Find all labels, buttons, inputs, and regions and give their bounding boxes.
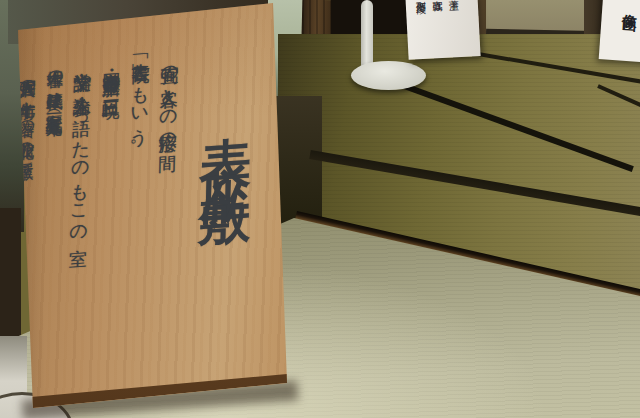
- paper-label-text: 像画: [620, 1, 640, 10]
- sign-column-3: 国学者・長野主膳と三日三晩: [94, 48, 121, 402]
- left-dark-wood: [0, 208, 21, 348]
- sign-column-4: 文学論や人生論を語ったのもこの室: [65, 50, 92, 404]
- sign-column-5: 埋木舎の建築年代は宝暦九年（一七五九年）: [38, 52, 64, 406]
- notice-column: 藩主: [447, 0, 462, 54]
- fan-stand-base: [351, 61, 426, 90]
- notice-column: 直弼は: [431, 0, 446, 55]
- paper-notice-text: 藩主 直弼は 列慶下段: [409, 0, 462, 56]
- paper-notice-sign: 藩主 直弼は 列慶下段: [405, 0, 480, 60]
- sign-column-2: 「表書院」ともいう。: [123, 46, 150, 400]
- sign-text-block: 表座敷 直弼の客人との応接の間 「表書院」ともいう。 国学者・長野主膳と三日三晩…: [13, 37, 274, 407]
- tatami-room-scene: 藩主 直弼は 列慶下段 像画 表座敷 直弼の客人との応接の間 「表書院」ともいう…: [0, 0, 640, 418]
- sign-column-1: 直弼の客人との応接の間: [152, 44, 179, 398]
- sign-title: 表座敷: [185, 38, 264, 396]
- notice-column: 列慶下段: [414, 0, 429, 55]
- paper-label-sign: 像画: [599, 0, 640, 63]
